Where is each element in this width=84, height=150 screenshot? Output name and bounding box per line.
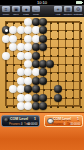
board-intersection[interactable] [50,22,52,24]
settings-icon: ⚙ [74,6,82,12]
board-intersection[interactable] [6,47,8,49]
board-intersection[interactable] [80,97,82,99]
board-intersection[interactable] [72,106,74,108]
board-intersection[interactable] [72,55,74,57]
white-player-level: 1 [77,117,79,122]
board-intersection[interactable] [72,47,74,49]
board-intersection[interactable] [72,64,74,66]
board-intersection[interactable] [80,64,82,66]
white-stone[interactable] [24,35,32,43]
white-prisoners-value: 0 [64,123,65,127]
board-intersection[interactable] [80,72,82,74]
black-stone[interactable] [32,85,40,93]
board-intersection[interactable] [65,89,67,91]
board-intersection[interactable] [50,97,52,99]
white-prisoners-label: Prisoners [52,123,63,127]
board-intersection[interactable] [57,38,59,40]
board-intersection[interactable] [65,97,67,99]
board-intersection[interactable] [65,64,67,66]
board-intersection[interactable] [80,30,82,32]
toolbar-left-group: ≡ Menu ▣ Save ● Pass ← Undo [1,5,41,17]
board-intersection[interactable] [72,38,74,40]
board-intersection[interactable] [72,22,74,24]
board-intersection[interactable] [80,47,82,49]
board-intersection[interactable] [65,47,67,49]
black-stone[interactable] [39,94,47,102]
board-intersection[interactable] [20,38,22,40]
board-intersection[interactable] [65,22,67,24]
board-intersection[interactable] [13,64,15,66]
board-intersection[interactable] [57,47,59,49]
white-stone[interactable] [24,102,32,110]
black-player-name: COM Level [10,117,28,122]
board-intersection[interactable] [57,80,59,82]
board-intersection[interactable] [80,22,82,24]
player-panel-white-active[interactable]: COM Level 1 Prisoners 0 Time 00:00:00 [44,115,83,127]
board-intersection[interactable] [65,30,67,32]
board-intersection[interactable] [50,38,52,40]
board-intersection[interactable] [57,72,59,74]
app-screen: 10:10 ≡ Menu ▣ Save ● Pass ← Undo + [0,0,84,150]
board-intersection[interactable] [20,64,22,66]
board-intersection[interactable] [80,38,82,40]
menu-icon: ≡ [2,6,10,12]
board-intersection[interactable] [65,80,67,82]
white-stone[interactable] [24,94,32,102]
board-intersection[interactable] [65,106,67,108]
white-time-value: 00:00:00 [70,123,80,127]
black-stone[interactable] [54,94,62,102]
black-prisoners-value: 0 [21,123,22,127]
player-panel-black[interactable]: COM Level 1 Prisoners 0 Time 00:00:00 [1,115,40,127]
board-intersection[interactable] [43,89,45,91]
black-stone[interactable] [54,85,62,93]
board-intersection[interactable] [6,80,8,82]
board-intersection[interactable] [6,72,8,74]
board-intersection[interactable] [57,22,59,24]
black-prisoners-label: Prisoners [9,123,20,127]
black-stone[interactable] [39,35,47,43]
board-intersection[interactable] [13,106,15,108]
white-player-name: COM Level [53,117,71,122]
board-intersection[interactable] [80,89,82,91]
white-player-stats: Prisoners 0 Time 00:00:00 [45,123,82,127]
board-intersection[interactable] [80,55,82,57]
black-player-level: 1 [34,117,36,122]
board-intersection[interactable] [50,30,52,32]
save-icon: ▣ [12,6,20,12]
black-stone[interactable] [39,18,47,26]
go-board[interactable] [0,17,84,112]
board-intersection[interactable] [80,106,82,108]
board-intersection[interactable] [6,22,8,24]
black-stone[interactable] [39,77,47,85]
white-stone[interactable] [2,52,10,60]
black-stone[interactable] [32,52,40,60]
board-intersection[interactable] [6,89,8,91]
board-intersection[interactable] [50,55,52,57]
board-intersection[interactable] [13,55,15,57]
board-intersection[interactable] [57,106,59,108]
toolbar-right-group: + Hint ▦ Territory ⚙ Settings [53,5,83,17]
board-intersection[interactable] [72,89,74,91]
board-intersection[interactable] [13,72,15,74]
board-intersection[interactable] [6,97,8,99]
board-intersection[interactable] [50,80,52,82]
toolbar: ≡ Menu ▣ Save ● Pass ← Undo + Hint ▦ [0,5,84,17]
board-intersection[interactable] [50,72,52,74]
white-stone[interactable] [24,52,32,60]
undo-icon: ← [32,6,40,12]
board-intersection[interactable] [72,30,74,32]
undo-button[interactable]: ← Undo [31,5,41,17]
board-intersection[interactable] [50,106,52,108]
board-intersection[interactable] [72,97,74,99]
board-intersection[interactable] [43,55,45,57]
battery-icon [76,1,82,4]
board-intersection[interactable] [6,106,8,108]
undo-label: Undo [29,13,43,16]
board-intersection[interactable] [13,97,15,99]
board-intersection[interactable] [65,55,67,57]
board-intersection[interactable] [72,80,74,82]
board-intersection[interactable] [13,80,15,82]
settings-button[interactable]: ⚙ Settings [73,5,83,17]
black-player-stats: Prisoners 0 Time 00:00:00 [2,123,39,127]
hint-icon: + [54,6,62,12]
board-intersection[interactable] [57,30,59,32]
black-stone-icon [4,118,9,123]
board-intersection[interactable] [50,89,52,91]
board-intersection[interactable] [6,64,8,66]
white-stone[interactable] [24,77,32,85]
board-intersection[interactable] [65,38,67,40]
board-intersection[interactable] [65,72,67,74]
black-stone[interactable] [39,102,47,110]
footer: COM Level 1 Prisoners 0 Time 00:00:00 CO… [0,112,84,150]
territory-icon: ▦ [64,6,72,12]
black-time-value: 00:00:00 [27,123,37,127]
board-intersection[interactable] [50,47,52,49]
board-intersection[interactable] [57,55,59,57]
board-intersection[interactable] [13,22,15,24]
board-intersection[interactable] [72,72,74,74]
board-intersection[interactable] [20,22,22,24]
board-intersection[interactable] [80,80,82,82]
settings-label: Settings [71,13,84,16]
last-move-marker [5,29,8,32]
board-intersection[interactable] [57,64,59,66]
pass-icon: ● [22,6,30,12]
